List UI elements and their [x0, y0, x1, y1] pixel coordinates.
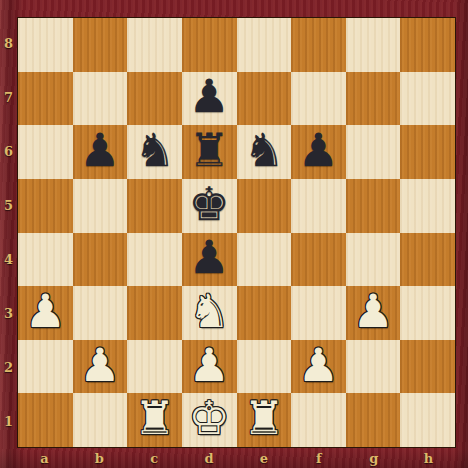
black-knight-e6: ♞	[243, 127, 284, 173]
square-d1[interactable]: ♚	[182, 393, 237, 447]
square-f5[interactable]	[291, 179, 346, 233]
black-pawn-d7: ♟	[189, 73, 230, 119]
white-pawn-g3: ♟	[352, 288, 393, 334]
square-g8[interactable]	[346, 18, 401, 72]
square-d3[interactable]: ♞	[182, 286, 237, 340]
white-king-d1: ♚	[189, 395, 230, 441]
square-h3[interactable]	[400, 286, 455, 340]
white-knight-d3: ♞	[189, 288, 230, 334]
square-d4[interactable]: ♟	[182, 233, 237, 287]
square-b1[interactable]	[73, 393, 128, 447]
rank-label-8: 8	[4, 36, 13, 51]
square-h7[interactable]	[400, 72, 455, 126]
black-rook-d6: ♜	[189, 127, 230, 173]
square-g3[interactable]: ♟	[346, 286, 401, 340]
black-pawn-d4: ♟	[189, 234, 230, 280]
file-label-e: e	[260, 451, 268, 466]
white-pawn-f2: ♟	[298, 342, 339, 388]
square-a5[interactable]	[18, 179, 73, 233]
black-knight-c6: ♞	[134, 127, 175, 173]
square-g5[interactable]	[346, 179, 401, 233]
square-a4[interactable]	[18, 233, 73, 287]
square-c6[interactable]: ♞	[127, 125, 182, 179]
white-pawn-a3: ♟	[25, 288, 66, 334]
square-f2[interactable]: ♟	[291, 340, 346, 394]
rank-label-4: 4	[4, 252, 13, 267]
rank-labels: 87654321	[0, 17, 17, 448]
rank-label-6: 6	[4, 144, 13, 159]
square-g6[interactable]	[346, 125, 401, 179]
square-b7[interactable]	[73, 72, 128, 126]
square-b8[interactable]	[73, 18, 128, 72]
rank-label-2: 2	[4, 360, 13, 375]
square-h1[interactable]	[400, 393, 455, 447]
square-a6[interactable]	[18, 125, 73, 179]
square-c7[interactable]	[127, 72, 182, 126]
square-c4[interactable]	[127, 233, 182, 287]
square-h5[interactable]	[400, 179, 455, 233]
black-pawn-b6: ♟	[79, 127, 120, 173]
square-h8[interactable]	[400, 18, 455, 72]
square-f1[interactable]	[291, 393, 346, 447]
square-h6[interactable]	[400, 125, 455, 179]
square-d7[interactable]: ♟	[182, 72, 237, 126]
chess-board: ♟♟♞♜♞♟♚♟♟♞♟♟♟♟♜♚♜	[17, 17, 456, 448]
file-label-c: c	[150, 451, 158, 466]
square-f3[interactable]	[291, 286, 346, 340]
square-e3[interactable]	[237, 286, 292, 340]
square-d6[interactable]: ♜	[182, 125, 237, 179]
square-f7[interactable]	[291, 72, 346, 126]
file-label-h: h	[424, 451, 433, 466]
white-rook-c1: ♜	[134, 395, 175, 441]
chess-board-frame: 87654321 abcdefgh ♟♟♞♜♞♟♚♟♟♞♟♟♟♟♜♚♜	[0, 0, 468, 468]
square-d2[interactable]: ♟	[182, 340, 237, 394]
square-c8[interactable]	[127, 18, 182, 72]
square-e6[interactable]: ♞	[237, 125, 292, 179]
black-pawn-f6: ♟	[298, 127, 339, 173]
square-e1[interactable]: ♜	[237, 393, 292, 447]
square-a7[interactable]	[18, 72, 73, 126]
square-c5[interactable]	[127, 179, 182, 233]
square-a8[interactable]	[18, 18, 73, 72]
square-d8[interactable]	[182, 18, 237, 72]
square-e8[interactable]	[237, 18, 292, 72]
square-e2[interactable]	[237, 340, 292, 394]
square-b3[interactable]	[73, 286, 128, 340]
file-label-d: d	[205, 451, 214, 466]
rank-label-1: 1	[4, 414, 13, 429]
square-b2[interactable]: ♟	[73, 340, 128, 394]
file-label-b: b	[95, 451, 104, 466]
square-b5[interactable]	[73, 179, 128, 233]
square-f8[interactable]	[291, 18, 346, 72]
square-h4[interactable]	[400, 233, 455, 287]
square-a2[interactable]	[18, 340, 73, 394]
file-label-f: f	[316, 451, 322, 466]
square-h2[interactable]	[400, 340, 455, 394]
square-e7[interactable]	[237, 72, 292, 126]
white-rook-e1: ♜	[243, 395, 284, 441]
square-e5[interactable]	[237, 179, 292, 233]
rank-label-7: 7	[4, 90, 13, 105]
file-label-g: g	[369, 451, 378, 466]
square-c3[interactable]	[127, 286, 182, 340]
file-labels: abcdefgh	[17, 448, 456, 468]
black-king-d5: ♚	[189, 181, 230, 227]
white-pawn-d2: ♟	[189, 342, 230, 388]
square-g1[interactable]	[346, 393, 401, 447]
square-b6[interactable]: ♟	[73, 125, 128, 179]
square-a1[interactable]	[18, 393, 73, 447]
rank-label-5: 5	[4, 198, 13, 213]
square-f4[interactable]	[291, 233, 346, 287]
square-d5[interactable]: ♚	[182, 179, 237, 233]
square-a3[interactable]: ♟	[18, 286, 73, 340]
file-label-a: a	[40, 451, 48, 466]
rank-label-3: 3	[4, 306, 13, 321]
square-g2[interactable]	[346, 340, 401, 394]
square-c2[interactable]	[127, 340, 182, 394]
white-pawn-b2: ♟	[79, 342, 120, 388]
square-b4[interactable]	[73, 233, 128, 287]
square-g4[interactable]	[346, 233, 401, 287]
square-e4[interactable]	[237, 233, 292, 287]
square-f6[interactable]: ♟	[291, 125, 346, 179]
square-c1[interactable]: ♜	[127, 393, 182, 447]
square-g7[interactable]	[346, 72, 401, 126]
